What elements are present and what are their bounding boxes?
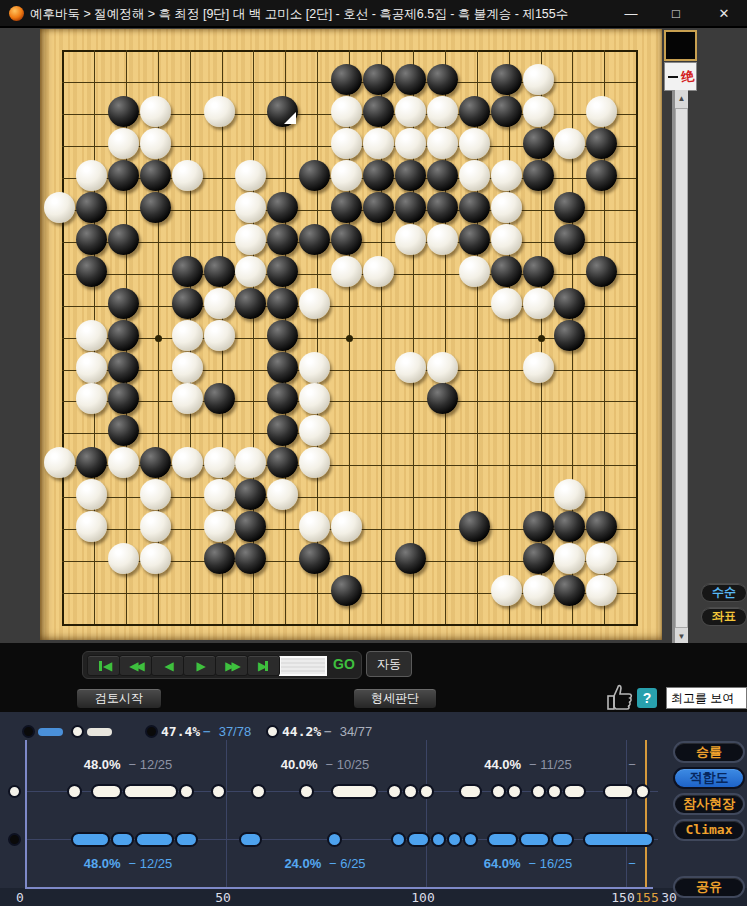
match-pill-black [463,832,478,847]
stone-black [459,511,490,542]
stone-black [427,192,458,223]
stone-white [523,575,554,606]
panel-button-3[interactable]: 참사현장 [673,793,745,815]
stone-black [108,320,139,351]
stone-black [427,160,458,191]
stone-black [267,383,298,414]
stone-white [172,383,203,414]
match-pill-black [447,832,462,847]
stone-black [523,256,554,287]
current-move-line [645,740,647,887]
legend-black-stat-dot [145,725,158,738]
stone-black [267,447,298,478]
stone-white [523,64,554,95]
stone-black [331,64,362,95]
grid-line-move-50 [226,740,227,887]
stone-white [235,224,266,255]
match-pill-white [459,784,482,799]
stone-black [554,511,585,542]
match-pill-black [327,832,342,847]
match-pill-black [111,832,134,847]
match-pill-white [91,784,122,799]
help-button[interactable]: ? [637,688,657,708]
white-match-percent: 44.2% [282,724,321,739]
board-grid-line [62,433,638,434]
stone-black [523,543,554,574]
go-board[interactable] [40,29,662,640]
match-pill-white [403,784,418,799]
stone-white [491,224,522,255]
stone-black [331,192,362,223]
move-number-input[interactable] [279,656,327,676]
stone-black [459,192,490,223]
nav-fast-forward-button[interactable]: ▶▶ [215,655,248,676]
stone-white [395,96,426,127]
star-point [155,335,162,342]
panel-button-5[interactable]: 공유 [673,876,745,898]
stone-black [459,224,490,255]
match-pill-white [531,784,546,799]
stone-white [76,479,107,510]
stone-black [235,479,266,510]
stone-white [523,288,554,319]
stone-black [204,256,235,287]
go-button[interactable]: GO [333,656,355,672]
stone-white [44,192,75,223]
black-segment-label: 64.0% − 16/25 [484,856,572,871]
panel-button-2[interactable]: 적합도 [673,767,745,789]
stone-black [491,96,522,127]
stone-black [459,96,490,127]
navigation-bar: GO ◀◀◀◀▶▶▶▶ [82,651,362,679]
match-pill-white [547,784,562,799]
maximize-button[interactable]: □ [659,0,693,28]
window-title: 예후바둑 > 절예정해 > 흑 최정 [9단] 대 백 고미소 [2단] - 호… [30,6,568,23]
stone-black [299,543,330,574]
stone-white [204,447,235,478]
coordinates-button[interactable]: 좌표 [701,607,747,626]
stone-white [586,543,617,574]
match-pill-white [491,784,506,799]
stone-white [299,511,330,542]
show-best-button[interactable]: 최고를 보여 [666,687,747,709]
stone-white [363,128,394,159]
nav-back-button[interactable]: ◀ [151,655,184,676]
stone-white [267,479,298,510]
stone-white [331,160,362,191]
stone-white [586,575,617,606]
stone-white [235,160,266,191]
star-point [538,335,545,342]
stone-black [267,256,298,287]
stone-black [554,288,585,319]
stone-black [299,224,330,255]
stone-black [235,288,266,319]
stone-black [235,511,266,542]
stone-white [235,447,266,478]
x-tick-label: 0 [16,890,24,905]
logo-dash [668,76,678,78]
stone-black [586,128,617,159]
stone-white [331,256,362,287]
stone-black [267,352,298,383]
stone-black [204,543,235,574]
stone-white [235,192,266,223]
stone-white [76,320,107,351]
stone-white [523,352,554,383]
stone-black [586,256,617,287]
stone-black [108,383,139,414]
stone-white [554,128,585,159]
board-grid-line [62,401,638,402]
stone-white [331,128,362,159]
match-pill-white [635,784,650,799]
stone-black [140,192,171,223]
stone-black [76,447,107,478]
stone-white [204,320,235,351]
legend-white-stat-dot [266,725,279,738]
stone-black [554,192,585,223]
match-pill-white [123,784,178,799]
stone-white [140,543,171,574]
stone-black [363,64,394,95]
stone-black [491,256,522,287]
close-button[interactable]: ✕ [707,0,741,28]
stone-black [267,288,298,319]
stone-white [204,288,235,319]
stone-white [140,96,171,127]
match-pill-white [251,784,266,799]
stone-black [554,224,585,255]
match-pill-black [407,832,430,847]
stone-white [108,447,139,478]
stone-white [491,288,522,319]
white-segment-label: 44.0% − 11/25 [484,757,571,772]
stone-white [491,160,522,191]
match-pill-white [211,784,226,799]
black-segment-label: 48.0% − 12/25 [84,856,172,871]
stone-white [427,224,458,255]
match-pill-black [135,832,174,847]
match-pill-black [551,832,574,847]
match-pill-black [239,832,262,847]
stone-white [395,352,426,383]
board-grid-line [636,50,638,626]
white-match-fraction: − 34/77 [324,724,372,739]
stone-white [523,96,554,127]
x-tick-label: 150 [611,890,634,905]
stone-black [108,288,139,319]
x-tick-label: 50 [215,890,231,905]
x-axis [25,887,653,889]
stone-black [395,64,426,95]
stone-white [491,575,522,606]
start-review-button[interactable]: 검토시작 [76,688,162,709]
match-pill-white [507,784,522,799]
last-move-marker [284,112,296,124]
white-segment-label: − [628,757,636,772]
stone-white [299,383,330,414]
stone-white [76,511,107,542]
stone-white [299,415,330,446]
nav-last-button[interactable]: ▶ [247,655,280,676]
stone-white [299,288,330,319]
current-move-label: 155 [635,890,658,905]
scrollbar-thumb[interactable] [675,108,688,628]
stone-black [108,224,139,255]
stone-white [76,160,107,191]
black-segment-label: − [628,856,636,871]
stone-black [395,160,426,191]
position-judge-button[interactable]: 형세판단 [353,688,437,709]
match-pill-white [67,784,82,799]
stone-white [586,96,617,127]
stone-white [299,352,330,383]
stone-black [267,96,298,127]
match-pill-white [563,784,586,799]
stone-white [204,96,235,127]
stone-white [554,543,585,574]
board-grid-line [509,50,510,626]
stone-black [554,320,585,351]
black-row-marker [8,833,21,846]
stone-black [395,543,426,574]
black-segment-label: 24.0% − 6/25 [284,856,365,871]
stone-black [76,192,107,223]
stone-black [204,383,235,414]
match-pill-black [487,832,518,847]
scroll-up-icon[interactable]: ▲ [675,90,688,108]
stone-black [523,160,554,191]
stone-black [586,160,617,191]
legend-white-bar [87,728,112,736]
match-pill-white [419,784,434,799]
match-graph-panel: 47.4% − 37/78 44.2% − 34/77 48.0% − 12/2… [0,712,747,906]
stone-white [459,256,490,287]
stone-black [363,96,394,127]
stone-black [299,160,330,191]
stone-white [554,479,585,510]
stone-black [108,352,139,383]
grid-line-move-100 [426,740,427,887]
app-window: 예후바둑 > 절예정해 > 흑 최정 [9단] 대 백 고미소 [2단] - 호… [0,0,747,906]
stone-white [395,224,426,255]
x-tick-label: 100 [411,890,434,905]
stone-white [235,256,266,287]
match-pill-black [175,832,198,847]
turn-indicator-black [664,30,697,61]
board-grid-line [62,624,638,626]
match-pill-white [299,784,314,799]
minimize-button[interactable]: — [614,0,648,28]
match-pill-black [431,832,446,847]
match-pill-white [603,784,634,799]
stone-black [172,288,203,319]
star-point [346,335,353,342]
white-segment-label: 40.0% − 10/25 [281,757,369,772]
grid-line-move-150 [626,740,627,887]
stone-black [140,160,171,191]
stone-black [331,575,362,606]
stone-white [108,543,139,574]
stone-white [140,128,171,159]
legend-white-dot [71,725,84,738]
panel-button-1[interactable]: 승률 [673,741,745,763]
stone-white [204,511,235,542]
logo-character: 绝 [680,69,695,84]
stone-black [76,224,107,255]
stone-black [267,320,298,351]
stone-white [459,160,490,191]
stone-white [204,479,235,510]
stone-white [491,192,522,223]
thumbs-up-icon[interactable] [604,683,635,712]
stone-white [44,447,75,478]
legend-blue-bar [38,728,63,736]
stone-white [140,479,171,510]
stone-black [363,160,394,191]
stone-white [172,160,203,191]
nav-fast-back-button[interactable]: ◀◀ [119,655,152,676]
stone-white [427,352,458,383]
stone-black [267,192,298,223]
stone-black [427,383,458,414]
panel-button-4[interactable]: Climax [673,819,745,841]
match-pill-white [179,784,194,799]
stone-white [140,511,171,542]
legend-black-dot [22,725,35,738]
nav-first-button[interactable]: ◀ [87,655,120,676]
nav-forward-button[interactable]: ▶ [183,655,216,676]
stone-black [331,224,362,255]
stone-white [331,511,362,542]
stone-black [235,543,266,574]
stone-black [108,160,139,191]
app-icon [9,6,24,21]
stone-white [427,128,458,159]
stone-black [172,256,203,287]
y-axis [25,740,27,889]
stone-white [459,128,490,159]
stone-black [395,192,426,223]
auto-play-button[interactable]: 자동 [366,651,412,677]
stone-black [140,447,171,478]
move-list-scrollbar[interactable]: ▲ ▼ [672,90,688,646]
stone-black [267,224,298,255]
stone-white [76,383,107,414]
stone-white [172,320,203,351]
match-pill-black [519,832,550,847]
engine-logo: 绝 [664,62,697,91]
stone-black [523,511,554,542]
title-bar: 예후바둑 > 절예정해 > 흑 최정 [9단] 대 백 고미소 [2단] - 호… [0,0,747,28]
match-pill-black [391,832,406,847]
stone-white [427,96,458,127]
stone-white [172,352,203,383]
stone-black [586,511,617,542]
match-pill-black [583,832,654,847]
stone-black [267,415,298,446]
stone-black [427,64,458,95]
stone-white [331,96,362,127]
black-match-fraction: − 37/78 [203,724,251,739]
match-pill-white [331,784,378,799]
stone-white [363,256,394,287]
stone-white [395,128,426,159]
stone-black [108,96,139,127]
stone-white [76,352,107,383]
white-segment-label: 48.0% − 12/25 [84,757,172,772]
stone-black [491,64,522,95]
stone-black [523,128,554,159]
stone-black [363,192,394,223]
stone-white [299,447,330,478]
stone-black [108,415,139,446]
black-match-percent: 47.4% [161,724,200,739]
white-row-marker [8,785,21,798]
stone-white [108,128,139,159]
match-pill-black [71,832,110,847]
match-pill-white [387,784,402,799]
stone-black [76,256,107,287]
move-numbers-button[interactable]: 수순 [701,583,747,602]
stone-black [554,575,585,606]
stone-white [172,447,203,478]
